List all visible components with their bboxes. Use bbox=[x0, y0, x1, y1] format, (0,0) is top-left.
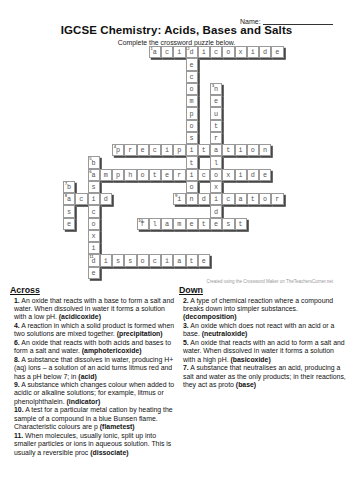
grid-cell-r13c4[interactable]: d bbox=[100, 193, 112, 205]
grid-cell-r13c15[interactable]: a bbox=[235, 193, 247, 205]
grid-cell-r15c14[interactable]: s bbox=[222, 218, 234, 230]
grid-cell-r11c16[interactable]: d bbox=[247, 169, 259, 181]
grid-cell-r2c11[interactable]: e bbox=[186, 58, 198, 70]
grid-cell-r15c15[interactable]: t bbox=[235, 218, 247, 230]
cell-letter: a bbox=[211, 147, 221, 154]
worksheet-page: Name: IGCSE Chemistry: Acids, Bases and … bbox=[0, 0, 353, 500]
cell-letter: e bbox=[211, 98, 221, 105]
clue-answer: (amphotericoxide) bbox=[82, 347, 142, 354]
grid-cell-r12c1[interactable]: 7b bbox=[63, 181, 75, 193]
grid-cell-r13c2[interactable]: c bbox=[75, 193, 87, 205]
grid-cell-r18c3[interactable]: 11d bbox=[88, 254, 100, 266]
cell-letter: e bbox=[64, 221, 74, 228]
cell-letter: s bbox=[187, 135, 197, 142]
grid-cell-r1c9[interactable]: c bbox=[161, 46, 173, 58]
cell-letter: u bbox=[211, 111, 221, 118]
cell-letter: r bbox=[125, 147, 135, 154]
cell-letter: e bbox=[138, 147, 148, 154]
cell-letter: t bbox=[187, 258, 197, 265]
cell-letter: c bbox=[76, 196, 86, 203]
grid-cell-r13c3[interactable]: i bbox=[88, 193, 100, 205]
grid-cell-r17c3[interactable]: i bbox=[88, 242, 100, 254]
clue-number: 4. bbox=[14, 322, 20, 329]
cell-letter: t bbox=[211, 123, 221, 130]
grid-cell-r4c13[interactable]: 3n bbox=[210, 83, 222, 95]
grid-cell-r15c8[interactable]: l bbox=[149, 218, 161, 230]
cell-letter: i bbox=[236, 147, 246, 154]
grid-cell-r14c1[interactable]: s bbox=[63, 205, 75, 217]
cell-letter: t bbox=[199, 221, 209, 228]
grid-cell-r7c13[interactable]: t bbox=[210, 120, 222, 132]
grid-cell-r9c16[interactable]: o bbox=[247, 144, 259, 156]
grid-cell-r9c7[interactable]: e bbox=[137, 144, 149, 156]
cell-number: 1 bbox=[150, 47, 152, 52]
grid-cell-r9c8[interactable]: c bbox=[149, 144, 161, 156]
cell-letter: i bbox=[248, 49, 258, 56]
grid-cell-r19c3[interactable]: e bbox=[88, 267, 100, 279]
down-title: Down bbox=[179, 285, 347, 295]
cell-letter: o bbox=[260, 196, 270, 203]
clue-number: 2. bbox=[183, 297, 189, 304]
grid-cell-r9c9[interactable]: i bbox=[161, 144, 173, 156]
cell-letter: c bbox=[211, 49, 221, 56]
cell-letter: i bbox=[162, 147, 172, 154]
cell-letter: e bbox=[187, 62, 197, 69]
cell-letter: h bbox=[125, 172, 135, 179]
clue-number: 7. bbox=[183, 364, 189, 371]
grid-cell-r13c11[interactable]: n bbox=[186, 193, 198, 205]
footer-credit: Created using the Crossword Maker on The… bbox=[207, 279, 333, 284]
grid-cell-r13c10[interactable]: 9i bbox=[173, 193, 185, 205]
cell-letter: x bbox=[211, 184, 221, 191]
cell-letter: e bbox=[162, 172, 172, 179]
grid-cell-r18c11[interactable]: t bbox=[186, 254, 198, 266]
cell-letter: n bbox=[187, 196, 197, 203]
grid-cell-r18c4[interactable]: i bbox=[100, 254, 112, 266]
grid-cell-r15c10[interactable]: m bbox=[173, 218, 185, 230]
cell-letter: l bbox=[211, 160, 221, 167]
cell-letter: m bbox=[101, 172, 111, 179]
cell-number: 8 bbox=[65, 194, 67, 199]
grid-cell-r6c13[interactable]: u bbox=[210, 107, 222, 119]
across-clue-11: 11. When molecules, usually ionic, split… bbox=[14, 432, 176, 457]
down-clue-7: 7. A substance that neutralises an acid,… bbox=[183, 364, 347, 389]
cell-letter: e bbox=[272, 49, 282, 56]
grid-cell-r3c11[interactable]: c bbox=[186, 71, 198, 83]
cell-letter: r bbox=[211, 135, 221, 142]
grid-cell-r18c10[interactable]: a bbox=[173, 254, 185, 266]
clue-answer: (acidicoxide) bbox=[59, 313, 101, 320]
page-title: IGCSE Chemistry: Acids, Bases and Salts bbox=[0, 24, 353, 36]
cell-letter: e bbox=[187, 221, 197, 228]
down-clue-5: 5. An oxide that reacts with an acid to … bbox=[183, 339, 347, 364]
grid-cell-r18c8[interactable]: c bbox=[149, 254, 161, 266]
cell-letter: o bbox=[138, 258, 148, 265]
grid-cell-r1c17[interactable]: d bbox=[259, 46, 271, 58]
clue-number: 3. bbox=[183, 322, 189, 329]
cell-number: 9 bbox=[175, 194, 177, 199]
grid-cell-r5c11[interactable]: m bbox=[186, 95, 198, 107]
cell-letter: t bbox=[199, 147, 209, 154]
cell-letter: i bbox=[211, 196, 221, 203]
cell-letter: a bbox=[162, 221, 172, 228]
grid-cell-r13c14[interactable]: c bbox=[222, 193, 234, 205]
cell-letter: t bbox=[187, 160, 197, 167]
across-clue-4: 4. A reaction in which a solid product i… bbox=[14, 322, 176, 339]
cell-letter: o bbox=[138, 172, 148, 179]
grid-cell-r15c7[interactable]: 10f bbox=[137, 218, 149, 230]
grid-cell-r9c13[interactable]: a bbox=[210, 144, 222, 156]
cell-number: 7 bbox=[65, 182, 67, 187]
cell-letter: i bbox=[89, 196, 99, 203]
cell-letter: t bbox=[150, 172, 160, 179]
cell-number: 5 bbox=[89, 157, 91, 162]
grid-cell-r13c1[interactable]: 8a bbox=[63, 193, 75, 205]
grid-cell-r18c5[interactable]: s bbox=[112, 254, 124, 266]
cell-letter: o bbox=[187, 184, 197, 191]
clue-answer: (indicator) bbox=[67, 398, 101, 405]
cell-letter: i bbox=[199, 49, 209, 56]
cell-letter: t bbox=[223, 147, 233, 154]
grid-cell-r1c15[interactable]: x bbox=[235, 46, 247, 58]
cell-letter: s bbox=[113, 258, 123, 265]
cell-letter: i bbox=[187, 147, 197, 154]
cell-number: 11 bbox=[89, 255, 93, 260]
cell-letter: d bbox=[260, 49, 270, 56]
crossword-grid: 1aci2dicoxideeco3nmepuotsr4precipitation… bbox=[63, 46, 285, 280]
grid-cell-r7c11[interactable]: o bbox=[186, 120, 198, 132]
cell-letter: n bbox=[260, 147, 270, 154]
cell-letter: d bbox=[211, 209, 221, 216]
cell-letter: c bbox=[150, 147, 160, 154]
grid-cell-r8c11[interactable]: s bbox=[186, 132, 198, 144]
clue-number: 1. bbox=[14, 297, 20, 304]
cell-letter: t bbox=[236, 221, 246, 228]
grid-cell-r18c6[interactable]: s bbox=[124, 254, 136, 266]
grid-cell-r15c11[interactable]: e bbox=[186, 218, 198, 230]
grid-cell-r4c11[interactable]: o bbox=[186, 83, 198, 95]
grid-cell-r12c3[interactable]: s bbox=[88, 181, 100, 193]
across-clue-10: 10. A test for a particular metal cation… bbox=[14, 406, 176, 431]
down-section: Down 2. A type of chemical reaction wher… bbox=[179, 285, 347, 389]
grid-cell-r13c16[interactable]: t bbox=[247, 193, 259, 205]
clue-answer: (acid) bbox=[78, 373, 96, 380]
grid-cell-r1c10[interactable]: i bbox=[173, 46, 185, 58]
cell-number: 4 bbox=[114, 145, 116, 150]
cell-letter: c bbox=[223, 196, 233, 203]
grid-cell-r15c12[interactable]: t bbox=[198, 218, 210, 230]
grid-cell-r11c17[interactable]: e bbox=[259, 169, 271, 181]
grid-cell-r1c14[interactable]: o bbox=[222, 46, 234, 58]
down-clue-2: 2. A type of chemical reaction where a c… bbox=[183, 297, 347, 322]
cell-letter: i bbox=[236, 172, 246, 179]
grid-cell-r9c12[interactable]: t bbox=[198, 144, 210, 156]
cell-letter: s bbox=[223, 221, 233, 228]
cell-letter: i bbox=[162, 258, 172, 265]
page-subtitle: Complete the crossword puzzle below. bbox=[0, 39, 353, 46]
clue-number: 5. bbox=[183, 339, 189, 346]
cell-letter: d bbox=[248, 172, 258, 179]
cell-letter: x bbox=[89, 233, 99, 240]
cell-letter: r bbox=[272, 196, 282, 203]
grid-cell-r11c12[interactable]: c bbox=[198, 169, 210, 181]
cell-letter: e bbox=[89, 270, 99, 277]
grid-cell-r11c11[interactable]: i bbox=[186, 169, 198, 181]
grid-cell-r11c13[interactable]: o bbox=[210, 169, 222, 181]
across-title: Across bbox=[10, 285, 176, 295]
cell-letter: i bbox=[89, 245, 99, 252]
grid-cell-r9c5[interactable]: 4p bbox=[112, 144, 124, 156]
clue-answer: (base) bbox=[236, 381, 256, 388]
grid-cell-r11c15[interactable]: i bbox=[235, 169, 247, 181]
grid-cell-r8c13[interactable]: r bbox=[210, 132, 222, 144]
grid-cell-r15c3[interactable]: o bbox=[88, 218, 100, 230]
cell-letter: c bbox=[187, 74, 197, 81]
cell-letter: a bbox=[236, 196, 246, 203]
grid-cell-r14c13[interactable]: d bbox=[210, 205, 222, 217]
cell-letter: r bbox=[174, 172, 184, 179]
across-clues: 1. An oxide that reacts with a base to f… bbox=[10, 297, 176, 458]
cell-letter: c bbox=[89, 209, 99, 216]
across-clue-6: 6. An oxide that reacts with both acids … bbox=[14, 339, 176, 356]
cell-number: 3 bbox=[212, 84, 214, 89]
grid-cell-r18c7[interactable]: o bbox=[137, 254, 149, 266]
across-section: Across 1. An oxide that reacts with a ba… bbox=[10, 285, 176, 457]
cell-letter: p bbox=[187, 111, 197, 118]
clue-answer: (flametest) bbox=[100, 423, 135, 430]
grid-cell-r11c6[interactable]: h bbox=[124, 169, 136, 181]
grid-cell-r16c3[interactable]: x bbox=[88, 230, 100, 242]
grid-cell-r9c14[interactable]: t bbox=[222, 144, 234, 156]
grid-cell-r9c11[interactable]: i bbox=[186, 144, 198, 156]
grid-cell-r11c7[interactable]: o bbox=[137, 169, 149, 181]
grid-cell-r10c13[interactable]: l bbox=[210, 156, 222, 168]
grid-cell-r13c17[interactable]: o bbox=[259, 193, 271, 205]
cell-letter: e bbox=[199, 258, 209, 265]
cell-letter: o bbox=[211, 172, 221, 179]
clue-number: 9. bbox=[14, 381, 20, 388]
cell-letter: c bbox=[199, 172, 209, 179]
cell-number: 10 bbox=[138, 219, 143, 224]
grid-cell-r13c18[interactable]: r bbox=[271, 193, 283, 205]
cell-letter: i bbox=[101, 258, 111, 265]
grid-cell-r11c9[interactable]: e bbox=[161, 169, 173, 181]
clue-answer: (precipitation) bbox=[117, 330, 163, 337]
grid-cell-r10c3[interactable]: 5b bbox=[88, 156, 100, 168]
grid-cell-r9c17[interactable]: n bbox=[259, 144, 271, 156]
cell-letter: s bbox=[89, 184, 99, 191]
grid-cell-r18c9[interactable]: i bbox=[161, 254, 173, 266]
cell-number: 6 bbox=[89, 170, 91, 175]
clue-number: 8. bbox=[14, 356, 20, 363]
grid-cell-r15c13[interactable]: e bbox=[210, 218, 222, 230]
down-clue-3: 3. An oxide which does not react with an… bbox=[183, 322, 347, 339]
cell-letter: c bbox=[150, 258, 160, 265]
grid-cell-r1c12[interactable]: i bbox=[198, 46, 210, 58]
cell-letter: p bbox=[113, 172, 123, 179]
grid-cell-r15c9[interactable]: a bbox=[161, 218, 173, 230]
clue-number: 11. bbox=[14, 432, 23, 439]
grid-cell-r11c3[interactable]: 6a bbox=[88, 169, 100, 181]
cell-letter: o bbox=[187, 123, 197, 130]
cell-letter: m bbox=[187, 98, 197, 105]
cell-letter: i bbox=[174, 49, 184, 56]
cell-letter: t bbox=[248, 196, 258, 203]
grid-cell-r11c5[interactable]: p bbox=[112, 169, 124, 181]
cell-letter: o bbox=[223, 49, 233, 56]
grid-cell-r1c11[interactable]: 2d bbox=[186, 46, 198, 58]
grid-cell-r1c8[interactable]: 1a bbox=[149, 46, 161, 58]
clue-number: 6. bbox=[14, 339, 20, 346]
grid-cell-r13c13[interactable]: i bbox=[210, 193, 222, 205]
cell-letter: e bbox=[260, 172, 270, 179]
cell-letter: x bbox=[236, 49, 246, 56]
across-clue-9: 9. A substance which changes colour when… bbox=[14, 381, 176, 406]
across-clue-1: 1. An oxide that reacts with a base to f… bbox=[14, 297, 176, 322]
clue-answer: (dissociate) bbox=[90, 449, 128, 456]
grid-cell-r1c16[interactable]: i bbox=[247, 46, 259, 58]
clue-number: 10. bbox=[14, 406, 24, 413]
cell-letter: l bbox=[150, 221, 160, 228]
grid-cell-r9c10[interactable]: p bbox=[173, 144, 185, 156]
grid-cell-r1c13[interactable]: c bbox=[210, 46, 222, 58]
clue-answer: (decomposition) bbox=[183, 313, 237, 320]
cell-letter: d bbox=[199, 196, 209, 203]
grid-cell-r12c13[interactable]: x bbox=[210, 181, 222, 193]
cell-letter: s bbox=[64, 209, 74, 216]
clue-answer: (basicoxide) bbox=[231, 356, 271, 363]
cell-letter: i bbox=[187, 172, 197, 179]
grid-cell-r1c18[interactable]: e bbox=[271, 46, 283, 58]
cell-letter: e bbox=[211, 221, 221, 228]
grid-cell-r18c12[interactable]: e bbox=[198, 254, 210, 266]
clue-answer: (neutraloxide) bbox=[202, 330, 248, 337]
grid-cell-r13c12[interactable]: d bbox=[198, 193, 210, 205]
grid-cell-r6c11[interactable]: p bbox=[186, 107, 198, 119]
cell-number: 2 bbox=[187, 47, 189, 52]
grid-cell-r12c11[interactable]: o bbox=[186, 181, 198, 193]
cell-letter: a bbox=[174, 258, 184, 265]
cell-letter: o bbox=[89, 221, 99, 228]
cell-letter: p bbox=[174, 147, 184, 154]
grid-cell-r11c10[interactable]: r bbox=[173, 169, 185, 181]
cell-letter: c bbox=[162, 49, 172, 56]
grid-cell-r15c1[interactable]: e bbox=[63, 218, 75, 230]
cell-letter: s bbox=[125, 258, 135, 265]
grid-cell-r11c4[interactable]: m bbox=[100, 169, 112, 181]
grid-cell-r9c15[interactable]: i bbox=[235, 144, 247, 156]
grid-cell-r9c6[interactable]: r bbox=[124, 144, 136, 156]
down-clues: 2. A type of chemical reaction where a c… bbox=[179, 297, 347, 390]
across-clue-8: 8. A substance that dissolves in water, … bbox=[14, 356, 176, 381]
cell-letter: x bbox=[223, 172, 233, 179]
grid-cell-r5c13[interactable]: e bbox=[210, 95, 222, 107]
cell-letter: o bbox=[248, 147, 258, 154]
grid-cell-r10c11[interactable]: t bbox=[186, 156, 198, 168]
grid-cell-r11c8[interactable]: t bbox=[149, 169, 161, 181]
grid-cell-r11c14[interactable]: x bbox=[222, 169, 234, 181]
cell-letter: m bbox=[174, 221, 184, 228]
grid-cell-r14c3[interactable]: c bbox=[88, 205, 100, 217]
cell-letter: o bbox=[187, 86, 197, 93]
cell-letter: d bbox=[101, 196, 111, 203]
